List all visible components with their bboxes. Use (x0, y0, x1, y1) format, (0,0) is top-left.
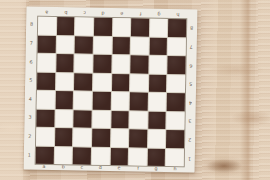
rank-labels-left-cell: 8 (26, 16, 37, 35)
file-labels-top-cell: a (37, 7, 56, 16)
square-e4[interactable] (111, 92, 129, 110)
file-labels-top-cell: h (169, 9, 188, 18)
square-f6[interactable] (130, 55, 148, 73)
square-c1[interactable] (73, 147, 91, 165)
square-h1[interactable] (166, 148, 184, 166)
square-e2[interactable] (111, 129, 129, 147)
square-b4[interactable] (55, 91, 73, 109)
square-f2[interactable] (129, 129, 147, 147)
square-f5[interactable] (130, 74, 148, 92)
rank-labels-right-cell: 6 (186, 56, 196, 75)
square-f1[interactable] (129, 148, 147, 166)
rank-labels-left-cell: 6 (25, 53, 36, 72)
square-d4[interactable] (93, 92, 111, 110)
rank-labels-left-7: 7 (30, 41, 33, 46)
square-h7[interactable] (168, 38, 186, 56)
rank-labels-left-5: 5 (29, 78, 32, 83)
rank-labels-right-cell: 3 (185, 111, 195, 130)
square-d7[interactable] (93, 36, 111, 54)
square-a4[interactable] (37, 91, 55, 109)
square-a1[interactable] (36, 146, 54, 164)
square-h8[interactable] (168, 19, 186, 37)
square-d6[interactable] (93, 55, 111, 73)
square-b1[interactable] (54, 147, 72, 165)
square-f8[interactable] (131, 18, 149, 36)
file-labels-top-cell: b (56, 7, 75, 16)
square-g1[interactable] (147, 148, 165, 166)
file-labels-top-e: e (120, 10, 123, 15)
square-c8[interactable] (75, 17, 93, 35)
rank-labels-left-2: 2 (28, 134, 31, 139)
rank-labels-right-7: 7 (190, 44, 193, 49)
rank-labels-left-6: 6 (29, 60, 32, 65)
rank-labels-right-8: 8 (191, 25, 194, 30)
file-labels-top-cell: f (131, 8, 150, 17)
square-a2[interactable] (36, 128, 54, 146)
rank-labels-right-cell: 7 (187, 37, 197, 56)
square-c7[interactable] (75, 36, 93, 54)
square-h3[interactable] (167, 111, 185, 129)
file-labels-top-f: f (140, 11, 142, 16)
square-b5[interactable] (56, 73, 74, 91)
file-labels-top-a: a (45, 9, 48, 14)
rank-labels-right-5: 5 (190, 81, 193, 86)
rank-labels-left-cell: 5 (25, 71, 36, 90)
rank-labels-left-cell: 7 (26, 34, 37, 53)
square-b7[interactable] (56, 36, 74, 54)
file-labels-bottom-h: h (174, 167, 177, 172)
square-h2[interactable] (166, 130, 184, 148)
square-h6[interactable] (168, 56, 186, 74)
rank-labels-right-4: 4 (189, 100, 192, 105)
square-c4[interactable] (74, 91, 92, 109)
square-b6[interactable] (56, 54, 74, 72)
file-labels-top-g: g (158, 11, 161, 16)
square-d5[interactable] (93, 73, 111, 91)
square-h5[interactable] (167, 74, 185, 92)
file-labels-bottom-a: a (43, 164, 46, 169)
file-labels-bottom-e: e (117, 166, 120, 171)
file-labels-bottom-f: f (137, 166, 139, 171)
square-e5[interactable] (111, 74, 129, 92)
rank-labels-left-1: 1 (28, 153, 31, 158)
rank-labels-left-8: 8 (30, 22, 33, 27)
chessboard (35, 16, 188, 168)
square-b3[interactable] (55, 110, 73, 128)
file-labels-top-c: c (83, 10, 86, 15)
rank-labels-right-3: 3 (189, 118, 192, 123)
file-labels-bottom-b: b (61, 165, 64, 170)
square-f4[interactable] (130, 92, 148, 110)
file-labels-top-d: d (101, 10, 104, 15)
file-labels-bottom-c: c (80, 165, 83, 170)
rank-labels-right-cell: 5 (186, 74, 196, 93)
square-c3[interactable] (74, 110, 92, 128)
square-f3[interactable] (129, 111, 147, 129)
rank-labels-left-cell: 3 (24, 109, 35, 128)
file-labels-top-b: b (64, 9, 67, 14)
file-labels-bottom-g: g (155, 166, 158, 171)
rank-labels-left-cell: 4 (25, 90, 36, 109)
rank-labels-right-2: 2 (189, 137, 192, 142)
square-g2[interactable] (148, 130, 166, 148)
file-labels-top-cell: d (94, 8, 113, 17)
rank-labels-left-cell: 2 (24, 127, 35, 146)
square-d8[interactable] (94, 18, 112, 36)
square-b2[interactable] (55, 128, 73, 146)
chessboard-mat: abcdefgh abcdefgh 87654321 87654321 (24, 7, 198, 173)
square-a6[interactable] (37, 54, 55, 72)
rank-labels-left-cell: 1 (24, 146, 35, 165)
rank-labels-left-3: 3 (28, 116, 31, 121)
square-g7[interactable] (149, 37, 167, 55)
square-c2[interactable] (73, 128, 91, 146)
square-a7[interactable] (38, 35, 56, 53)
square-h4[interactable] (167, 93, 185, 111)
rank-labels-right-cell: 8 (187, 18, 197, 37)
square-g4[interactable] (148, 93, 166, 111)
rank-labels-right-cell: 4 (186, 93, 196, 112)
file-labels-top-cell: e (112, 8, 131, 17)
square-e1[interactable] (110, 148, 128, 166)
square-c5[interactable] (74, 73, 92, 91)
file-labels-top-cell: c (75, 7, 94, 16)
square-g6[interactable] (149, 56, 167, 74)
square-a8[interactable] (38, 17, 56, 35)
square-d2[interactable] (92, 129, 110, 147)
rank-labels-right-6: 6 (190, 63, 193, 68)
square-g8[interactable] (150, 19, 168, 37)
square-e7[interactable] (112, 37, 130, 55)
wood-table-surface: abcdefgh abcdefgh 87654321 87654321 (0, 0, 270, 180)
square-g5[interactable] (149, 74, 167, 92)
square-d3[interactable] (92, 110, 110, 128)
square-a3[interactable] (36, 109, 54, 127)
file-labels-top-h: h (176, 11, 179, 16)
square-e8[interactable] (112, 18, 130, 36)
square-c6[interactable] (75, 54, 93, 72)
square-f7[interactable] (131, 37, 149, 55)
square-e6[interactable] (112, 55, 130, 73)
rank-labels-right-cell: 1 (185, 149, 195, 168)
square-d1[interactable] (92, 147, 110, 165)
square-e3[interactable] (111, 111, 129, 129)
square-a5[interactable] (37, 72, 55, 90)
rank-labels-right-cell: 2 (185, 130, 195, 149)
file-labels-top-cell: g (150, 9, 169, 18)
square-g3[interactable] (148, 111, 166, 129)
rank-labels-left-4: 4 (29, 97, 32, 102)
square-b8[interactable] (57, 17, 75, 35)
file-labels-bottom-d: d (99, 165, 102, 170)
rank-labels-right-1: 1 (188, 156, 191, 161)
